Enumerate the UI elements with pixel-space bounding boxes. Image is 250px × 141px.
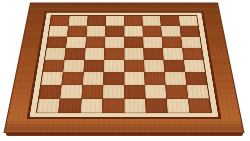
square-h7	[180, 26, 200, 36]
square-f7	[143, 26, 162, 36]
square-d3	[104, 72, 124, 85]
board-frame	[3, 2, 244, 133]
square-c2	[82, 85, 103, 98]
square-c4	[84, 60, 104, 72]
square-e6	[124, 37, 143, 48]
square-a5	[45, 48, 66, 59]
square-a2	[39, 85, 61, 98]
square-e4	[124, 60, 144, 72]
square-d6	[105, 37, 124, 48]
square-b4	[63, 60, 84, 72]
square-d8	[106, 16, 124, 26]
square-c6	[86, 37, 105, 48]
square-d4	[104, 60, 124, 72]
board-maple-border	[28, 12, 221, 118]
square-b2	[60, 85, 82, 98]
square-c1	[81, 99, 103, 113]
square-b6	[66, 37, 86, 48]
square-h3	[185, 72, 207, 85]
square-h8	[179, 16, 198, 26]
square-f2	[145, 85, 166, 98]
square-f3	[145, 72, 166, 85]
square-g2	[166, 85, 188, 98]
square-g8	[160, 16, 179, 26]
square-f8	[142, 16, 160, 26]
square-f6	[143, 37, 162, 48]
square-f1	[146, 99, 168, 113]
square-h6	[181, 37, 201, 48]
square-g7	[161, 26, 180, 36]
chessboard-photo	[0, 0, 250, 141]
square-c7	[86, 26, 105, 36]
board-squares	[36, 15, 212, 113]
square-a3	[41, 72, 63, 85]
square-h1	[188, 99, 211, 113]
square-g6	[162, 37, 182, 48]
square-a1	[37, 99, 60, 113]
square-d5	[104, 48, 123, 59]
square-h5	[182, 48, 203, 59]
square-h2	[187, 85, 209, 98]
square-g3	[165, 72, 186, 85]
square-c3	[83, 72, 104, 85]
board-side-edge	[6, 132, 243, 136]
square-c5	[85, 48, 105, 59]
square-e1	[124, 99, 145, 113]
square-b8	[69, 16, 88, 26]
square-g1	[167, 99, 189, 113]
square-b5	[65, 48, 85, 59]
square-h4	[184, 60, 205, 72]
square-d1	[102, 99, 123, 113]
square-b3	[62, 72, 83, 85]
square-e5	[124, 48, 143, 59]
square-f5	[144, 48, 164, 59]
square-c8	[87, 16, 105, 26]
square-a6	[47, 37, 67, 48]
chess-board	[3, 2, 244, 133]
square-a7	[49, 26, 69, 36]
square-g5	[163, 48, 183, 59]
square-b7	[67, 26, 86, 36]
square-e8	[124, 16, 142, 26]
square-e2	[124, 85, 145, 98]
square-a8	[50, 16, 69, 26]
square-e7	[124, 26, 142, 36]
square-a4	[43, 60, 64, 72]
square-b1	[59, 99, 81, 113]
square-d7	[105, 26, 123, 36]
square-d2	[103, 85, 124, 98]
square-g4	[164, 60, 185, 72]
square-f4	[144, 60, 164, 72]
square-e3	[124, 72, 144, 85]
